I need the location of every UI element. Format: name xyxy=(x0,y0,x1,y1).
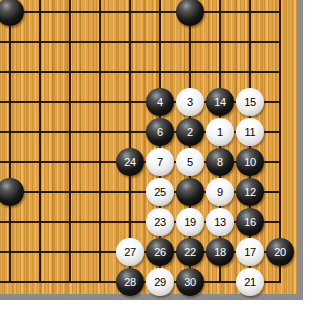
black-stone-move-10[interactable]: 10 xyxy=(236,148,264,176)
move-number: 2 xyxy=(187,127,193,138)
move-number: 22 xyxy=(184,247,196,258)
move-number: 29 xyxy=(154,277,166,288)
white-stone-move-9[interactable]: 9 xyxy=(206,178,234,206)
black-stone-move-28[interactable]: 28 xyxy=(116,268,144,296)
white-stone-move-13[interactable]: 13 xyxy=(206,208,234,236)
move-number: 23 xyxy=(154,217,166,228)
move-number: 28 xyxy=(124,277,136,288)
move-number: 7 xyxy=(157,157,163,168)
move-number: 24 xyxy=(124,157,136,168)
black-stone-move-26[interactable]: 26 xyxy=(146,238,174,266)
black-stone-handicap[interactable] xyxy=(0,0,24,26)
black-stone-move-2[interactable]: 2 xyxy=(176,118,204,146)
move-number: 18 xyxy=(214,247,226,258)
move-number: 27 xyxy=(124,247,136,258)
white-stone-move-27[interactable]: 27 xyxy=(116,238,144,266)
white-stone-move-11[interactable]: 11 xyxy=(236,118,264,146)
white-stone-move-19[interactable]: 19 xyxy=(176,208,204,236)
black-stone-move-22[interactable]: 22 xyxy=(176,238,204,266)
white-stone-move-23[interactable]: 23 xyxy=(146,208,174,236)
move-number: 16 xyxy=(244,217,256,228)
go-board[interactable]: 1234567891011121314151617181920212223242… xyxy=(0,0,297,294)
black-stone-handicap[interactable] xyxy=(176,0,204,26)
white-stone-move-1[interactable]: 1 xyxy=(206,118,234,146)
move-number: 9 xyxy=(217,187,223,198)
board-edge-shadow-bottom xyxy=(0,294,303,300)
move-number: 15 xyxy=(244,97,256,108)
move-number: 26 xyxy=(154,247,166,258)
black-stone-move-20[interactable]: 20 xyxy=(266,238,294,266)
move-number: 12 xyxy=(244,187,256,198)
black-stone-move-4[interactable]: 4 xyxy=(146,88,174,116)
white-stone-move-15[interactable]: 15 xyxy=(236,88,264,116)
white-stone-move-5[interactable]: 5 xyxy=(176,148,204,176)
black-stone-move-12[interactable]: 12 xyxy=(236,178,264,206)
move-number: 17 xyxy=(244,247,256,258)
black-stone-move-30[interactable]: 30 xyxy=(176,268,204,296)
black-stone-handicap[interactable] xyxy=(0,178,24,206)
move-number: 25 xyxy=(154,187,166,198)
white-stone-move-3[interactable]: 3 xyxy=(176,88,204,116)
move-number: 4 xyxy=(157,97,163,108)
black-stone-move-24[interactable]: 24 xyxy=(116,148,144,176)
black-stone-move-6[interactable]: 6 xyxy=(146,118,174,146)
white-stone-move-17[interactable]: 17 xyxy=(236,238,264,266)
move-number: 14 xyxy=(214,97,226,108)
black-stone-move-14[interactable]: 14 xyxy=(206,88,234,116)
move-number: 30 xyxy=(184,277,196,288)
white-stone-move-25[interactable]: 25 xyxy=(146,178,174,206)
grid-horizontal-line xyxy=(0,71,281,73)
black-stone-move-18[interactable]: 18 xyxy=(206,238,234,266)
move-number: 6 xyxy=(157,127,163,138)
white-stone-move-7[interactable]: 7 xyxy=(146,148,174,176)
white-stone-move-29[interactable]: 29 xyxy=(146,268,174,296)
board-edge-shadow-right xyxy=(297,0,303,300)
move-number: 1 xyxy=(217,127,223,138)
move-number: 19 xyxy=(184,217,196,228)
white-stone-move-21[interactable]: 21 xyxy=(236,268,264,296)
move-number: 10 xyxy=(244,157,256,168)
move-number: 20 xyxy=(274,247,286,258)
grid-horizontal-line xyxy=(0,41,281,43)
move-number: 3 xyxy=(187,97,193,108)
move-number: 5 xyxy=(187,157,193,168)
move-number: 13 xyxy=(214,217,226,228)
grid-horizontal-line xyxy=(0,11,281,13)
move-number: 11 xyxy=(245,127,256,138)
black-stone-move-16[interactable]: 16 xyxy=(236,208,264,236)
black-stone-move-8[interactable]: 8 xyxy=(206,148,234,176)
black-stone-handicap[interactable] xyxy=(176,178,204,206)
move-number: 21 xyxy=(244,277,256,288)
move-number: 8 xyxy=(217,157,223,168)
go-diagram-frame: 1234567891011121314151617181920212223242… xyxy=(0,0,312,312)
